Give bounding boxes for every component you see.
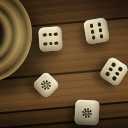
dice-table-scene [0, 0, 128, 128]
die-pip [55, 41, 59, 45]
die-pip [112, 76, 117, 81]
die-face [36, 75, 56, 95]
die-pip [48, 33, 52, 37]
sun-gear-icon [80, 105, 95, 120]
die-face [78, 103, 97, 123]
sun-gear-icon [36, 75, 56, 95]
die-face [87, 21, 107, 42]
die-pip [105, 72, 110, 77]
die-pip [54, 32, 58, 36]
die-pip [115, 71, 120, 76]
die-pip [90, 30, 94, 34]
die-pip [98, 22, 102, 26]
die-bottom[interactable] [74, 99, 99, 125]
die-top-left[interactable] [38, 26, 63, 52]
die-pip [89, 24, 93, 28]
die-pip [99, 28, 103, 32]
die-pip [108, 67, 113, 72]
die-pip [100, 34, 104, 38]
die-pip [43, 33, 47, 37]
die-pip [111, 62, 116, 67]
die-pip [49, 42, 53, 46]
die-face [41, 29, 59, 48]
die-pip [118, 67, 123, 72]
die-pip [43, 42, 47, 46]
die-pip [91, 36, 95, 40]
die-top-right[interactable] [83, 17, 110, 45]
